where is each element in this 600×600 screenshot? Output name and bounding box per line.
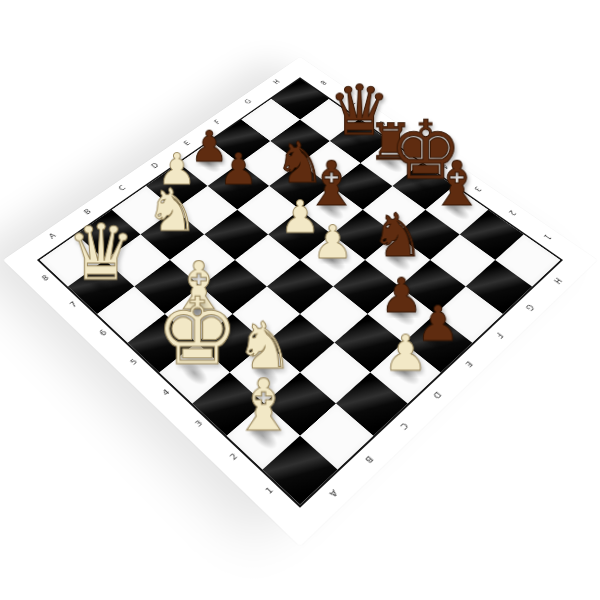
- file-label-left-C: C: [117, 185, 127, 192]
- rank-label-bottom-6: 6: [98, 329, 108, 338]
- piece-light-king-a4[interactable]: ♚: [156, 285, 234, 378]
- piece-light-knight-c7[interactable]: ♞: [137, 180, 208, 239]
- file-label-right-F: F: [494, 331, 505, 340]
- file-label-right-B: B: [363, 454, 375, 465]
- rank-label-bottom-2: 2: [228, 451, 239, 461]
- file-label-right-C: C: [398, 421, 410, 431]
- piece-light-bishop-a2[interactable]: ♝: [223, 369, 304, 441]
- piece-dark-knight-f3[interactable]: ♞: [362, 205, 434, 265]
- rank-label-bottom-3: 3: [194, 419, 205, 429]
- chess-board: ♛♜♚♝♞♝♞♟♟♟♟♟♟♟♟♞♝♞♛♚♝: [37, 77, 563, 508]
- chess-mat: ♛♜♚♝♞♝♞♟♟♟♟♟♟♟♟♞♝♞♛♚♝ 8877665544332211HH…: [3, 57, 597, 546]
- rank-label-top-1: 1: [542, 233, 552, 241]
- file-label-right-A: A: [327, 488, 339, 499]
- rank-label-top-2: 2: [507, 209, 517, 216]
- file-label-right-E: E: [463, 360, 474, 369]
- piece-dark-pawn-e7[interactable]: ♟: [204, 147, 272, 191]
- rank-label-bottom-5: 5: [129, 358, 139, 367]
- piece-light-pawn-d1[interactable]: ♟: [367, 328, 445, 378]
- rank-label-bottom-4: 4: [161, 388, 172, 398]
- rank-label-bottom-7: 7: [69, 301, 79, 309]
- square-h2[interactable]: [460, 210, 524, 260]
- file-label-left-G: G: [243, 99, 252, 106]
- file-label-right-D: D: [431, 390, 443, 400]
- piece-light-queen-a7[interactable]: ♛: [64, 214, 137, 291]
- file-label-right-G: G: [523, 303, 534, 312]
- file-label-left-H: H: [272, 79, 281, 85]
- file-label-right-H: H: [552, 276, 563, 285]
- rank-label-bottom-8: 8: [41, 274, 51, 282]
- photo-background: ♛♜♚♝♞♝♞♟♟♟♟♟♟♟♟♞♝♞♛♚♝ 8877665544332211HH…: [0, 0, 600, 600]
- file-label-left-A: A: [48, 232, 58, 240]
- rank-label-bottom-1: 1: [264, 485, 276, 496]
- piece-light-pawn-e4[interactable]: ♟: [297, 219, 369, 265]
